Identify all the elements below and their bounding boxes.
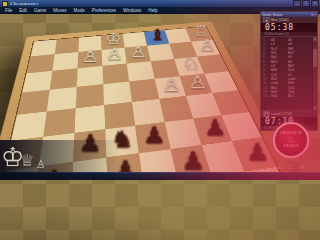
menu-item-help[interactable]: Help: [148, 8, 157, 13]
window-title: Chessmaster: [10, 1, 39, 6]
square-c5[interactable]: [159, 96, 193, 122]
menu-item-game[interactable]: Game: [34, 8, 46, 13]
square-d6[interactable]: ♟: [135, 122, 171, 153]
white-pawn-piece[interactable]: ♙: [196, 37, 220, 55]
scroll-up-icon[interactable]: ▴: [313, 37, 317, 41]
panel-minimize-icon[interactable]: ▾: [311, 13, 313, 17]
menu-item-edit[interactable]: Edit: [19, 8, 27, 13]
white-pawn-piece[interactable]: ♙: [102, 45, 126, 64]
square-e3[interactable]: [102, 64, 129, 85]
menu-item-file[interactable]: File: [5, 8, 12, 13]
window-titlebar[interactable]: Chessmaster _ □ ×: [0, 0, 320, 7]
move-list-scrollbar[interactable]: ▴ ▾: [312, 37, 317, 110]
menu-item-moves[interactable]: Moves: [53, 8, 66, 13]
king-icon[interactable]: ♔: [300, 164, 305, 171]
app-icon: [2, 1, 8, 7]
white-pawn-piece[interactable]: ♙: [158, 74, 185, 95]
black-player-name: Lowell (1700): [271, 112, 292, 116]
menu-item-preferences[interactable]: Preferences: [92, 8, 116, 13]
maximize-button[interactable]: □: [302, 0, 310, 7]
close-button[interactable]: ×: [311, 0, 319, 7]
square-a5[interactable]: [212, 90, 249, 115]
ghost-pawn-icon: ♙: [36, 159, 46, 171]
rook-icon[interactable]: ♖: [288, 164, 293, 171]
square-h3[interactable]: [22, 71, 52, 93]
menu-item-mode[interactable]: Mode: [74, 8, 85, 13]
square-e2[interactable]: ♙: [102, 48, 127, 66]
white-pawn-piece[interactable]: ♙: [126, 43, 150, 61]
white-pawn-piece[interactable]: ♙: [184, 72, 211, 93]
corner-piece-art: ♔ ♕ ♙: [0, 140, 120, 180]
square-f3[interactable]: [77, 66, 103, 87]
square-b6[interactable]: ♟: [193, 115, 232, 145]
square-c6[interactable]: [165, 119, 202, 150]
move-row[interactable]: [263, 99, 317, 103]
black-bishop-piece[interactable]: ♝: [146, 27, 168, 44]
square-g3[interactable]: [50, 68, 78, 89]
game-status-panel: Game Status ▾ × ♙ Max (2000) 05:38 10 Mi…: [260, 11, 318, 131]
pawn-icon[interactable]: ♙: [277, 164, 282, 171]
black-pawn-piece[interactable]: ♟: [199, 116, 231, 141]
white-clock: 05:38: [261, 23, 317, 32]
white-pawn-piece[interactable]: ♙: [78, 47, 103, 66]
square-e4[interactable]: [103, 82, 132, 106]
black-pawn-piece[interactable]: ♟: [138, 123, 170, 148]
scroll-down-icon[interactable]: ▾: [313, 106, 317, 110]
move-list[interactable]: 1.d4d52.c4e63.Nc3Nf64.Nf3Be75.Bg5h66.Bh4…: [261, 36, 317, 111]
staunton-ad[interactable]: THE HOUSE OF ♘ STAUNTON ♙♖♔: [268, 122, 314, 178]
knight-icon: ♘: [287, 135, 295, 145]
square-d4[interactable]: [129, 79, 159, 102]
staunton-logo-text-bottom: STAUNTON: [283, 145, 299, 148]
panel-close-icon[interactable]: ×: [314, 13, 316, 17]
white-player-name: Max (2000): [271, 18, 289, 22]
minimize-button[interactable]: _: [293, 0, 301, 7]
square-c4[interactable]: ♙: [155, 76, 186, 99]
ghost-queen-icon: ♕: [20, 152, 34, 170]
menu-item-windows[interactable]: Windows: [123, 8, 141, 13]
staunton-logo[interactable]: THE HOUSE OF ♘ STAUNTON: [273, 122, 309, 158]
scroll-thumb[interactable]: [313, 49, 317, 67]
square-h4[interactable]: [17, 90, 50, 115]
